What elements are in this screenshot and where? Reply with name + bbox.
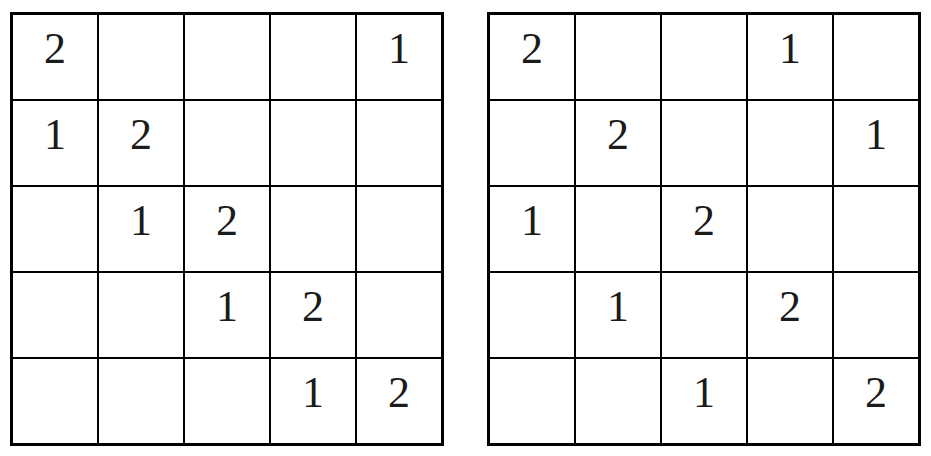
grid-cell-r4-c1 xyxy=(13,273,97,357)
grid-cell-r4-c5 xyxy=(357,273,441,357)
grid-cell-r5-c2 xyxy=(99,359,183,443)
grid-cell-r4-c2 xyxy=(99,273,183,357)
grid-cell-r1-c3 xyxy=(662,15,746,99)
grid-cell-r4-c2: 1 xyxy=(576,273,660,357)
grid-cell-r3-c4 xyxy=(271,187,355,271)
grid-cell-r1-c5 xyxy=(834,15,918,99)
grid-cell-r5-c5: 2 xyxy=(834,359,918,443)
grid-cell-r2-c3 xyxy=(185,101,269,185)
grid-cell-r2-c5 xyxy=(357,101,441,185)
grid-cell-r5-c4: 1 xyxy=(271,359,355,443)
grid-cell-r2-c5: 1 xyxy=(834,101,918,185)
grid-cell-r2-c2: 2 xyxy=(99,101,183,185)
right-grid: 2121121212 xyxy=(487,12,921,446)
grid-cell-r1-c1: 2 xyxy=(13,15,97,99)
grid-cell-r4-c5 xyxy=(834,273,918,357)
grid-cell-r1-c5: 1 xyxy=(357,15,441,99)
grid-cell-r2-c4 xyxy=(748,101,832,185)
grid-cell-r3-c5 xyxy=(834,187,918,271)
grid-cell-r4-c3: 1 xyxy=(185,273,269,357)
left-grid: 2112121212 xyxy=(10,12,444,446)
grid-cell-r5-c3 xyxy=(185,359,269,443)
grid-cell-r2-c1 xyxy=(490,101,574,185)
grid-cell-r3-c5 xyxy=(357,187,441,271)
grid-cell-r2-c3 xyxy=(662,101,746,185)
grid-cell-r3-c3: 2 xyxy=(662,187,746,271)
grid-cell-r1-c2 xyxy=(99,15,183,99)
grid-cell-r4-c1 xyxy=(490,273,574,357)
grid-cell-r5-c1 xyxy=(490,359,574,443)
grid-cell-r5-c3: 1 xyxy=(662,359,746,443)
grid-cell-r5-c2 xyxy=(576,359,660,443)
grid-cell-r3-c4 xyxy=(748,187,832,271)
grid-cell-r5-c4 xyxy=(748,359,832,443)
grid-cell-r3-c2 xyxy=(576,187,660,271)
grid-cell-r3-c2: 1 xyxy=(99,187,183,271)
grid-cell-r3-c1: 1 xyxy=(490,187,574,271)
grid-cell-r1-c3 xyxy=(185,15,269,99)
grid-cell-r1-c4: 1 xyxy=(748,15,832,99)
grid-cell-r1-c1: 2 xyxy=(490,15,574,99)
grid-cell-r1-c4 xyxy=(271,15,355,99)
grids-row: 2112121212 2121121212 xyxy=(0,0,931,446)
grid-cell-r2-c4 xyxy=(271,101,355,185)
grid-cell-r3-c1 xyxy=(13,187,97,271)
grid-cell-r1-c2 xyxy=(576,15,660,99)
grid-cell-r3-c3: 2 xyxy=(185,187,269,271)
grid-cell-r4-c3 xyxy=(662,273,746,357)
grid-cell-r5-c1 xyxy=(13,359,97,443)
grid-cell-r5-c5: 2 xyxy=(357,359,441,443)
grid-cell-r2-c1: 1 xyxy=(13,101,97,185)
grid-cell-r2-c2: 2 xyxy=(576,101,660,185)
grid-cell-r4-c4: 2 xyxy=(748,273,832,357)
grid-cell-r4-c4: 2 xyxy=(271,273,355,357)
